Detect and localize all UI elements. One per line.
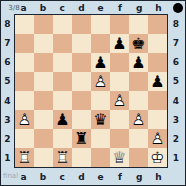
white-queen: ♕ — [110, 148, 129, 167]
white-pawn: ♙ — [110, 91, 129, 110]
square-c1[interactable]: ♜♖ — [53, 148, 72, 167]
rank-labels-right: 87654321 — [168, 14, 184, 168]
square-e6[interactable]: ♟ — [91, 53, 110, 72]
square-f4[interactable]: ♟♙ — [110, 91, 129, 110]
white-pawn: ♙ — [148, 129, 167, 148]
square-g6[interactable]: ♟ — [129, 53, 148, 72]
square-d4[interactable] — [72, 91, 91, 110]
white-pawn: ♙ — [15, 110, 34, 129]
black-rook: ♜ — [72, 129, 91, 148]
square-f6[interactable] — [110, 53, 129, 72]
rank-label-8: 8 — [168, 14, 184, 33]
square-a2[interactable] — [15, 129, 34, 148]
chess-board[interactable]: ♟♚♟♟♟♙♟♟♙♟♙♟♛♟♙♜♟♙♜♖♜♖♛♕♚♔ — [14, 14, 168, 168]
side-to-move-dot-icon — [173, 3, 183, 13]
rank-label-3: 3 — [168, 110, 184, 129]
square-c2[interactable] — [53, 129, 72, 148]
square-f3[interactable] — [110, 110, 129, 129]
file-label-g: g — [130, 169, 149, 185]
square-f2[interactable] — [110, 129, 129, 148]
square-e8[interactable] — [91, 15, 110, 34]
rank-label-6: 6 — [1, 53, 14, 72]
square-h5[interactable]: ♟ — [148, 72, 167, 91]
square-a3[interactable]: ♟♙ — [15, 110, 34, 129]
square-f1[interactable]: ♛♕ — [110, 148, 129, 167]
square-b2[interactable] — [34, 129, 53, 148]
square-b1[interactable] — [34, 148, 53, 167]
rank-label-7: 7 — [1, 33, 14, 52]
square-h2[interactable]: ♟♙ — [148, 129, 167, 148]
square-h8[interactable] — [148, 15, 167, 34]
file-label-f: f — [110, 1, 129, 14]
rank-label-5: 5 — [168, 72, 184, 91]
square-c5[interactable] — [53, 72, 72, 91]
square-g7[interactable]: ♚ — [129, 34, 148, 53]
rank-label-4: 4 — [1, 91, 14, 110]
square-c7[interactable] — [53, 34, 72, 53]
file-label-c: c — [53, 1, 72, 14]
rank-label-5: 5 — [1, 72, 14, 91]
square-d8[interactable] — [72, 15, 91, 34]
black-to-move-indicator — [168, 1, 186, 15]
rank-label-1: 1 — [1, 149, 14, 168]
square-g5[interactable] — [129, 72, 148, 91]
white-rook: ♖ — [53, 148, 72, 167]
square-e2[interactable] — [91, 129, 110, 148]
square-e5[interactable]: ♟♙ — [91, 72, 110, 91]
square-b4[interactable] — [34, 91, 53, 110]
rank-label-7: 7 — [168, 33, 184, 52]
square-h4[interactable] — [148, 91, 167, 110]
square-d5[interactable] — [72, 72, 91, 91]
square-d7[interactable] — [72, 34, 91, 53]
black-pawn: ♟ — [129, 53, 148, 72]
black-pawn: ♟ — [148, 72, 167, 91]
square-g8[interactable] — [129, 15, 148, 34]
square-d6[interactable] — [72, 53, 91, 72]
black-pawn: ♟ — [53, 110, 72, 129]
file-label-h: h — [149, 1, 168, 14]
file-labels-top: abcdefgh — [14, 1, 168, 14]
square-d3[interactable] — [72, 110, 91, 129]
square-c3[interactable]: ♟ — [53, 110, 72, 129]
square-h3[interactable] — [148, 110, 167, 129]
file-label-a: a — [14, 1, 33, 14]
square-g4[interactable] — [129, 91, 148, 110]
chess-diagram: 3/8 abcdefgh abcdefgh 87654321 87654321 … — [0, 0, 186, 186]
square-d1[interactable] — [72, 148, 91, 167]
file-label-f: f — [110, 169, 129, 185]
square-c4[interactable] — [53, 91, 72, 110]
square-a5[interactable] — [15, 72, 34, 91]
file-label-e: e — [91, 169, 110, 185]
rank-label-1: 1 — [168, 149, 184, 168]
square-c6[interactable] — [53, 53, 72, 72]
file-label-d: d — [72, 1, 91, 14]
rank-labels-left: 87654321 — [1, 14, 14, 168]
square-b3[interactable] — [34, 110, 53, 129]
white-pawn: ♙ — [129, 110, 148, 129]
square-f8[interactable] — [110, 15, 129, 34]
square-d2[interactable]: ♜ — [72, 129, 91, 148]
square-h1[interactable]: ♚♔ — [148, 148, 167, 167]
square-g3[interactable]: ♟♙ — [129, 110, 148, 129]
square-a6[interactable] — [15, 53, 34, 72]
square-e3[interactable]: ♛ — [91, 110, 110, 129]
file-labels-bottom: abcdefgh — [14, 169, 168, 185]
square-a7[interactable] — [15, 34, 34, 53]
file-label-b: b — [33, 169, 52, 185]
rank-label-2: 2 — [168, 130, 184, 149]
file-label-d: d — [72, 169, 91, 185]
rank-label-2: 2 — [1, 130, 14, 149]
black-king: ♚ — [129, 34, 148, 53]
square-f5[interactable] — [110, 72, 129, 91]
rank-label-8: 8 — [1, 14, 14, 33]
square-e1[interactable] — [91, 148, 110, 167]
square-f7[interactable]: ♟ — [110, 34, 129, 53]
square-b6[interactable] — [34, 53, 53, 72]
square-h6[interactable] — [148, 53, 167, 72]
square-b8[interactable] — [34, 15, 53, 34]
square-e4[interactable] — [91, 91, 110, 110]
white-pawn: ♙ — [91, 72, 110, 91]
black-pawn: ♟ — [91, 53, 110, 72]
rank-label-6: 6 — [168, 53, 184, 72]
square-a1[interactable]: ♜♖ — [15, 148, 34, 167]
square-b5[interactable] — [34, 72, 53, 91]
file-label-g: g — [130, 1, 149, 14]
square-c8[interactable] — [53, 15, 72, 34]
white-king: ♔ — [148, 148, 167, 167]
rank-label-3: 3 — [1, 110, 14, 129]
black-pawn: ♟ — [110, 34, 129, 53]
square-b7[interactable] — [34, 34, 53, 53]
black-queen: ♛ — [91, 110, 110, 129]
square-g2[interactable] — [129, 129, 148, 148]
square-e7[interactable] — [91, 34, 110, 53]
watermark-text: final — [3, 169, 29, 183]
file-label-e: e — [91, 1, 110, 14]
square-g1[interactable] — [129, 148, 148, 167]
white-rook: ♖ — [15, 148, 34, 167]
file-label-c: c — [53, 169, 72, 185]
rank-label-4: 4 — [168, 91, 184, 110]
square-a8[interactable] — [15, 15, 34, 34]
file-label-h: h — [149, 169, 168, 185]
square-a4[interactable] — [15, 91, 34, 110]
square-h7[interactable] — [148, 34, 167, 53]
file-label-b: b — [33, 1, 52, 14]
